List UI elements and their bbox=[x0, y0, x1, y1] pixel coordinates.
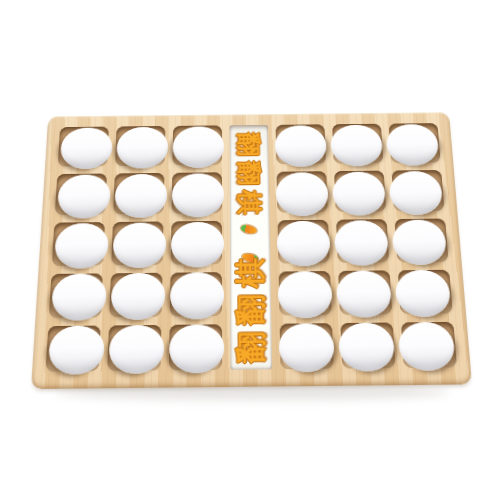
board-cell bbox=[115, 126, 165, 166]
board-cell bbox=[395, 219, 449, 262]
product-photo: 翻翻棋 翻翻棋 bbox=[0, 0, 500, 500]
board-cell bbox=[49, 273, 103, 318]
board-cell bbox=[169, 324, 222, 370]
board-cell bbox=[46, 325, 101, 371]
board-cell bbox=[338, 270, 392, 315]
game-piece-disc[interactable] bbox=[277, 271, 332, 318]
game-piece-disc[interactable] bbox=[169, 272, 223, 319]
game-piece-disc[interactable] bbox=[278, 323, 334, 372]
board-cell bbox=[109, 272, 162, 317]
board-cell bbox=[340, 322, 395, 368]
board-grid: 翻翻棋 翻翻棋 bbox=[46, 123, 457, 371]
board-cell bbox=[277, 171, 328, 213]
game-piece-disc[interactable] bbox=[172, 126, 224, 169]
board-cell bbox=[58, 127, 109, 167]
board-cell bbox=[170, 272, 222, 317]
board-cell bbox=[336, 220, 389, 263]
board-cell bbox=[171, 221, 222, 264]
board-cell bbox=[111, 222, 163, 265]
board-cell bbox=[113, 173, 164, 215]
game-piece-disc[interactable] bbox=[275, 172, 328, 216]
game-piece-disc[interactable] bbox=[274, 125, 326, 168]
board-cell bbox=[276, 124, 326, 164]
game-piece-disc[interactable] bbox=[170, 222, 223, 268]
board-cell bbox=[278, 220, 330, 263]
board-cell bbox=[172, 125, 222, 165]
carrot-icon bbox=[240, 223, 257, 234]
game-piece-disc[interactable] bbox=[168, 325, 223, 374]
board-cell bbox=[389, 123, 441, 163]
game-title-bottom: 翻翻棋 bbox=[235, 252, 267, 363]
board-cell bbox=[279, 271, 332, 316]
board-cell bbox=[52, 222, 105, 265]
board-cell bbox=[398, 269, 453, 314]
title-divider-strip: 翻翻棋 翻翻棋 bbox=[230, 125, 273, 370]
board-cell bbox=[401, 322, 457, 368]
board-cell bbox=[332, 124, 383, 164]
board-cell bbox=[55, 174, 107, 216]
game-piece-disc[interactable] bbox=[171, 173, 224, 217]
game-board: 翻翻棋 翻翻棋 bbox=[31, 112, 472, 389]
board-cell bbox=[334, 171, 386, 213]
game-title-top: 翻翻棋 bbox=[236, 132, 262, 219]
board-cell bbox=[280, 323, 334, 369]
board-cell bbox=[392, 170, 445, 212]
game-piece-disc[interactable] bbox=[276, 221, 330, 267]
board-cell bbox=[172, 172, 222, 214]
board-cell bbox=[107, 325, 161, 371]
